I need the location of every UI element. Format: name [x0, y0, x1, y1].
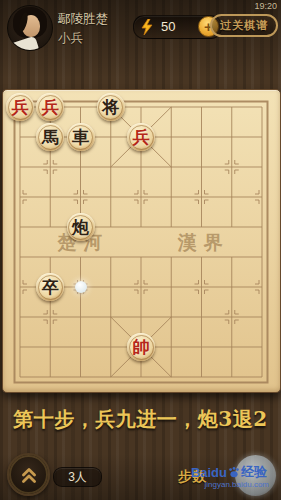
expand-panel-button[interactable]	[7, 453, 50, 496]
piece-red-pawn[interactable]: 兵	[36, 93, 64, 121]
watermark-brand: Baidu 经验	[191, 463, 267, 481]
piece-glyph: 兵	[133, 129, 150, 146]
players-count-badge: 3人	[53, 467, 102, 487]
piece-red-pawn[interactable]: 兵	[127, 123, 155, 151]
stage-records-button[interactable]: 过关棋谱	[210, 14, 278, 37]
piece-glyph: 炮	[72, 219, 89, 236]
piece-glyph: 馬	[42, 129, 59, 146]
piece-glyph: 将	[102, 99, 119, 116]
move-caption: 第十步，兵九进一，炮3退2	[0, 406, 281, 433]
game-screen: 鄢陵胜楚 小兵 50 + 过关棋谱 19:20 楚河 漢界 兵兵将馬車兵炮卒帥 …	[0, 0, 281, 500]
watermark: Baidu 经验 jingyan.baidu.com	[183, 454, 279, 500]
piece-glyph: 兵	[42, 99, 59, 116]
watermark-brand-cn: 经验	[241, 463, 267, 481]
piece-glyph: 帥	[133, 339, 150, 356]
energy-pill: 50 +	[133, 15, 222, 39]
watermark-brand-latin: Baidu	[191, 465, 227, 480]
piece-glyph: 卒	[42, 279, 59, 296]
piece-red-general[interactable]: 帥	[127, 333, 155, 361]
avatar-collar	[7, 36, 40, 51]
system-clock: 19:20	[254, 1, 277, 11]
board-cells: 兵兵将馬車兵炮卒帥	[5, 92, 277, 392]
baidu-paw-icon	[228, 466, 240, 478]
last-move-origin-marker	[75, 281, 87, 293]
xiangqi-board[interactable]: 楚河 漢界 兵兵将馬車兵炮卒帥	[2, 89, 281, 393]
piece-black-cannon[interactable]: 炮	[67, 213, 95, 241]
energy-value: 50	[161, 16, 175, 38]
lightning-icon	[140, 19, 154, 35]
level-title: 鄢陵胜楚	[58, 11, 108, 28]
player-rank: 小兵	[58, 30, 83, 47]
piece-red-pawn[interactable]: 兵	[6, 93, 34, 121]
piece-black-pawn[interactable]: 卒	[36, 273, 64, 301]
player-avatar[interactable]	[7, 5, 53, 51]
watermark-url: jingyan.baidu.com	[205, 480, 269, 489]
piece-glyph: 車	[72, 129, 89, 146]
piece-glyph: 兵	[12, 99, 29, 116]
piece-black-chariot[interactable]: 車	[67, 123, 95, 151]
piece-black-horse[interactable]: 馬	[36, 123, 64, 151]
piece-black-general[interactable]: 将	[97, 93, 125, 121]
chevron-up-icon	[16, 462, 42, 488]
